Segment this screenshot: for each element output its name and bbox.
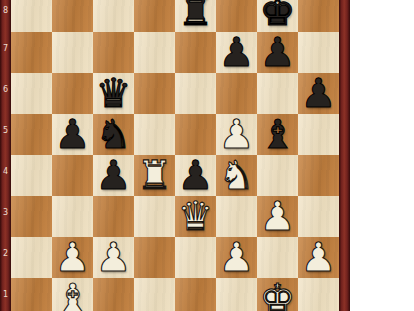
square-c1[interactable] <box>93 278 134 311</box>
square-e1[interactable] <box>175 278 216 311</box>
piece-white-bishop-b1[interactable]: ♝ <box>55 278 91 311</box>
square-e4[interactable]: ♟ <box>175 155 216 196</box>
rank-label-7: 7 <box>0 44 11 54</box>
square-c2[interactable]: ♟ <box>93 237 134 278</box>
square-a6[interactable] <box>11 73 52 114</box>
square-e3[interactable]: ♛ <box>175 196 216 237</box>
square-d1[interactable] <box>134 278 175 311</box>
square-d6[interactable] <box>134 73 175 114</box>
square-f7[interactable]: ♟ <box>216 32 257 73</box>
chess-board: ♜♚♟♟♛♟♟♞♟♝♟♜♟♞♛♟♟♟♟♟♝♚ <box>11 0 339 311</box>
piece-black-pawn-e4[interactable]: ♟ <box>178 155 214 196</box>
piece-black-pawn-g7[interactable]: ♟ <box>260 32 296 73</box>
square-c4[interactable]: ♟ <box>93 155 134 196</box>
square-h1[interactable] <box>298 278 339 311</box>
piece-black-knight-c5[interactable]: ♞ <box>96 114 132 155</box>
piece-white-rook-d4[interactable]: ♜ <box>137 155 173 196</box>
square-a2[interactable] <box>11 237 52 278</box>
square-h2[interactable]: ♟ <box>298 237 339 278</box>
square-a4[interactable] <box>11 155 52 196</box>
piece-black-pawn-b5[interactable]: ♟ <box>55 114 91 155</box>
square-c5[interactable]: ♞ <box>93 114 134 155</box>
square-d4[interactable]: ♜ <box>134 155 175 196</box>
square-a5[interactable] <box>11 114 52 155</box>
piece-white-queen-e3[interactable]: ♛ <box>178 196 214 237</box>
square-c7[interactable] <box>93 32 134 73</box>
piece-black-pawn-c4[interactable]: ♟ <box>96 155 132 196</box>
piece-black-pawn-f7[interactable]: ♟ <box>219 32 255 73</box>
square-e7[interactable] <box>175 32 216 73</box>
square-a3[interactable] <box>11 196 52 237</box>
square-f4[interactable]: ♞ <box>216 155 257 196</box>
rank-label-3: 3 <box>0 208 11 218</box>
square-g7[interactable]: ♟ <box>257 32 298 73</box>
square-b8[interactable] <box>52 0 93 32</box>
square-g5[interactable]: ♝ <box>257 114 298 155</box>
square-f1[interactable] <box>216 278 257 311</box>
square-f2[interactable]: ♟ <box>216 237 257 278</box>
rank-label-5: 5 <box>0 126 11 136</box>
square-f5[interactable]: ♟ <box>216 114 257 155</box>
piece-black-rook-e8[interactable]: ♜ <box>178 0 214 32</box>
square-d7[interactable] <box>134 32 175 73</box>
square-b1[interactable]: ♝ <box>52 278 93 311</box>
rank-label-8: 8 <box>0 6 11 16</box>
square-e6[interactable] <box>175 73 216 114</box>
square-b7[interactable] <box>52 32 93 73</box>
square-b5[interactable]: ♟ <box>52 114 93 155</box>
square-b4[interactable] <box>52 155 93 196</box>
rank-label-6: 6 <box>0 85 11 95</box>
square-g2[interactable] <box>257 237 298 278</box>
square-h6[interactable]: ♟ <box>298 73 339 114</box>
square-c6[interactable]: ♛ <box>93 73 134 114</box>
square-f8[interactable] <box>216 0 257 32</box>
piece-white-pawn-h2[interactable]: ♟ <box>301 237 337 278</box>
square-h7[interactable] <box>298 32 339 73</box>
square-c8[interactable] <box>93 0 134 32</box>
board-right-border <box>339 0 350 311</box>
square-g3[interactable]: ♟ <box>257 196 298 237</box>
square-a7[interactable] <box>11 32 52 73</box>
piece-white-pawn-c2[interactable]: ♟ <box>96 237 132 278</box>
square-g1[interactable]: ♚ <box>257 278 298 311</box>
square-d5[interactable] <box>134 114 175 155</box>
square-b3[interactable] <box>52 196 93 237</box>
rank-label-2: 2 <box>0 249 11 259</box>
square-h8[interactable] <box>298 0 339 32</box>
square-g8[interactable]: ♚ <box>257 0 298 32</box>
square-e5[interactable] <box>175 114 216 155</box>
square-h3[interactable] <box>298 196 339 237</box>
square-g6[interactable] <box>257 73 298 114</box>
square-f3[interactable] <box>216 196 257 237</box>
piece-black-queen-c6[interactable]: ♛ <box>96 73 132 114</box>
piece-white-pawn-f2[interactable]: ♟ <box>219 237 255 278</box>
square-c3[interactable] <box>93 196 134 237</box>
piece-white-pawn-g3[interactable]: ♟ <box>260 196 296 237</box>
piece-black-pawn-h6[interactable]: ♟ <box>301 73 337 114</box>
piece-white-pawn-f5[interactable]: ♟ <box>219 114 255 155</box>
square-e2[interactable] <box>175 237 216 278</box>
rank-label-1: 1 <box>0 290 11 300</box>
piece-white-king-g1[interactable]: ♚ <box>260 278 296 311</box>
square-b2[interactable]: ♟ <box>52 237 93 278</box>
piece-black-bishop-g5[interactable]: ♝ <box>260 114 296 155</box>
square-d2[interactable] <box>134 237 175 278</box>
square-a8[interactable] <box>11 0 52 32</box>
piece-white-knight-f4[interactable]: ♞ <box>219 155 255 196</box>
square-h5[interactable] <box>298 114 339 155</box>
square-g4[interactable] <box>257 155 298 196</box>
rank-label-4: 4 <box>0 167 11 177</box>
square-h4[interactable] <box>298 155 339 196</box>
square-e8[interactable]: ♜ <box>175 0 216 32</box>
square-a1[interactable] <box>11 278 52 311</box>
square-f6[interactable] <box>216 73 257 114</box>
square-d3[interactable] <box>134 196 175 237</box>
piece-white-pawn-b2[interactable]: ♟ <box>55 237 91 278</box>
piece-black-king-g8[interactable]: ♚ <box>260 0 296 32</box>
square-b6[interactable] <box>52 73 93 114</box>
square-d8[interactable] <box>134 0 175 32</box>
